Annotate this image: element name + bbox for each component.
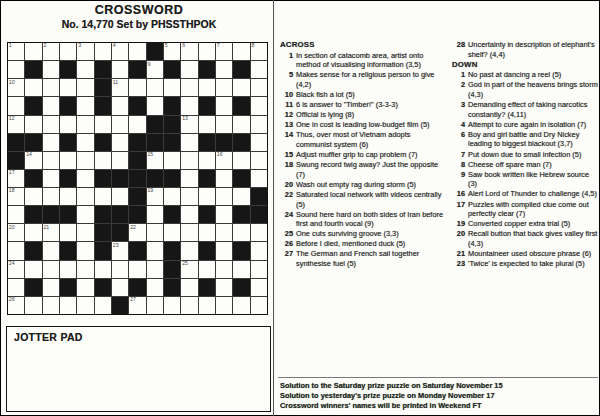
grid-cell-r3c6-black [95, 79, 111, 96]
down-header: DOWN [452, 60, 598, 70]
grid-cell-r9c2[interactable] [25, 188, 41, 205]
across-clue-11: 116 is answer to "Timber!" (3-3-3) [280, 100, 445, 110]
grid-cell-r6c7[interactable] [112, 134, 128, 151]
across-header: ACROSS [280, 40, 445, 50]
grid-cell-r15c15[interactable] [251, 297, 267, 314]
grid-cell-r9c5[interactable] [77, 188, 93, 205]
grid-cell-r12c8-black [129, 242, 145, 259]
grid-cell-r10c8-black [129, 206, 145, 223]
grid-cell-r11c8[interactable]: 22 [129, 224, 145, 241]
grid-cell-r4c2-black [25, 97, 41, 114]
grid-cell-r13c1[interactable]: 24 [8, 261, 24, 278]
grid-cell-r12c9[interactable] [147, 242, 163, 259]
grid-cell-r13c14[interactable] [233, 261, 249, 278]
grid-cell-r2c11[interactable] [181, 61, 197, 78]
grid-cell-r3c12[interactable] [199, 79, 215, 96]
grid-cell-r6c4-black [60, 134, 76, 151]
grid-cell-r11c4[interactable] [60, 224, 76, 241]
grid-cell-r7c2[interactable]: 14 [25, 152, 41, 169]
grid-cell-r8c1[interactable]: 17 [8, 170, 24, 187]
down-clue-20: 20Recall button that back gives valley f… [452, 229, 598, 248]
grid-cell-r4c12-black [199, 97, 215, 114]
clue-number-5: 5 [165, 42, 168, 48]
grid-cell-r13c2[interactable] [25, 261, 41, 278]
grid-cell-r14c13[interactable] [216, 279, 232, 296]
grid-cell-r11c13[interactable] [216, 224, 232, 241]
down-clue-text-3: Demanding effect of taking narcotics con… [468, 100, 598, 119]
grid-cell-r4c5[interactable] [77, 97, 93, 114]
grid-cell-r9c7[interactable] [112, 188, 128, 205]
grid-cell-r15c5[interactable] [77, 297, 93, 314]
clue-number-6: 6 [182, 42, 185, 48]
grid-cell-r7c4[interactable] [60, 152, 76, 169]
grid-cell-r10c5[interactable] [77, 206, 93, 223]
grid-cell-r15c1[interactable]: 26 [8, 297, 24, 314]
grid-cell-r6c11[interactable] [181, 134, 197, 151]
grid-cell-r3c11[interactable] [181, 79, 197, 96]
grid-cell-r2c13[interactable] [216, 61, 232, 78]
solution-note-line-1: Solution to the Saturday prize puzzle on… [280, 381, 598, 391]
grid-cell-r5c4[interactable] [60, 116, 76, 133]
across-clue-text-1: In section of catacomb area, artist onto… [296, 51, 445, 70]
down-clue-number-8: 8 [452, 160, 468, 170]
clue-number-14: 14 [26, 151, 32, 157]
grid-cell-r2c7[interactable] [112, 61, 128, 78]
grid-cell-r15c9[interactable] [147, 297, 163, 314]
grid-cell-r10c1[interactable] [8, 206, 24, 223]
grid-cell-r12c10-black [164, 242, 180, 259]
down-clue-16: 16Alert Lord of Thunder to challenge (4,… [452, 189, 598, 199]
grid-cell-r8c15[interactable] [251, 170, 267, 187]
across-clue-number-22: 22 [280, 190, 296, 209]
grid-cell-r4c6-black [95, 97, 111, 114]
grid-cell-r5c13[interactable] [216, 116, 232, 133]
grid-cell-r8c7-black [112, 170, 128, 187]
grid-cell-r8c13[interactable] [216, 170, 232, 187]
grid-cell-r12c11[interactable] [181, 242, 197, 259]
grid-cell-r13c15[interactable] [251, 261, 267, 278]
grid-cell-r3c14[interactable] [233, 79, 249, 96]
grid-cell-r9c4[interactable] [60, 188, 76, 205]
grid-cell-r5c12[interactable] [199, 116, 215, 133]
grid-cell-r10c6-black [95, 206, 111, 223]
across-clue-number-5: 5 [280, 70, 296, 89]
grid-cell-r8c8-black [129, 170, 145, 187]
down-clue-text-21: Mountaineer used obscure phrase (6) [468, 249, 598, 259]
grid-cell-r3c3[interactable] [43, 79, 59, 96]
grid-cell-r7c6[interactable] [95, 152, 111, 169]
grid-cell-r3c5[interactable] [77, 79, 93, 96]
down-clue-number-3: 3 [452, 100, 468, 119]
grid-cell-r1c13[interactable]: 7 [216, 43, 232, 60]
grid-cell-r15c8[interactable]: 27 [129, 297, 145, 314]
grid-cell-r7c13[interactable]: 16 [216, 152, 232, 169]
down-clue-23: 23'Twice' is expected to take plural (5) [452, 259, 598, 269]
grid-cell-r14c11[interactable] [181, 279, 197, 296]
grid-cell-r5c14[interactable] [233, 116, 249, 133]
grid-cell-r12c7[interactable]: 23 [112, 242, 128, 259]
clue-number-2: 2 [43, 42, 46, 48]
grid-cell-r12c3[interactable] [43, 242, 59, 259]
across-clue-12: 12Official is lying (8) [280, 110, 445, 120]
grid-cell-r10c7-black [112, 206, 128, 223]
across-clue-text-22: Saturated local network with videos cent… [296, 190, 445, 209]
grid-cell-r7c7[interactable] [112, 152, 128, 169]
grid-cell-r1c1[interactable]: 1 [8, 43, 24, 60]
grid-cell-r15c14[interactable] [233, 297, 249, 314]
grid-cell-r13c12[interactable] [199, 261, 215, 278]
grid-cell-r1c9-black [147, 43, 163, 60]
grid-cell-r5c10-black [164, 116, 180, 133]
grid-cell-r6c1-black [8, 134, 24, 151]
grid-cell-r2c1[interactable] [8, 61, 24, 78]
grid-cell-r4c11[interactable] [181, 97, 197, 114]
down-clue-17: 17Puzzles with compiled clue come out pe… [452, 200, 598, 219]
solution-notes: Solution to the Saturday prize puzzle on… [280, 381, 598, 410]
grid-cell-r5c5[interactable] [77, 116, 93, 133]
grid-cell-r8c5[interactable] [77, 170, 93, 187]
grid-cell-r2c15[interactable] [251, 61, 267, 78]
grid-cell-r12c15[interactable] [251, 242, 267, 259]
down-clue-4: 4Attempt to cure again in isolation (7) [452, 120, 598, 130]
grid-cell-r13c9[interactable] [147, 261, 163, 278]
grid-cell-r1c11[interactable]: 6 [181, 43, 197, 60]
grid-cell-r3c8[interactable] [129, 79, 145, 96]
grid-cell-r13c13[interactable] [216, 261, 232, 278]
grid-cell-r13c11[interactable]: 25 [181, 261, 197, 278]
grid-cell-r1c5[interactable]: 3 [77, 43, 93, 60]
across-clue-number-25: 25 [280, 229, 296, 239]
clue-number-4: 4 [113, 42, 116, 48]
grid-cell-r1c8[interactable] [129, 43, 145, 60]
across-clue-10: 10Black fish a lot (5) [280, 90, 445, 100]
grid-cell-r4c15[interactable] [251, 97, 267, 114]
across-clue-text-5: Makes sense for a religious person to gi… [296, 70, 445, 89]
down-clue-text-7: Put down due to small infection (5) [468, 150, 598, 160]
grid-cell-r12c2-black [25, 242, 41, 259]
across-clue-1: 1In section of catacomb area, artist ont… [280, 51, 445, 70]
grid-cell-r5c8[interactable] [129, 116, 145, 133]
clue-number-11: 11 [113, 79, 118, 85]
down-clue-6: 6Boy and girl battle and Dry Nickey lead… [452, 130, 598, 149]
grid-cell-r9c6[interactable] [95, 188, 111, 205]
grid-cell-r3c1[interactable]: 10 [8, 79, 24, 96]
across-clue-number-28: 28 [452, 40, 468, 59]
grid-cell-r2c9[interactable]: 9 [147, 61, 163, 78]
grid-cell-r12c12-black [199, 242, 215, 259]
grid-cell-r6c6-black [95, 134, 111, 151]
clue-number-13: 13 [182, 115, 188, 121]
grid-cell-r7c15[interactable] [251, 152, 267, 169]
grid-cell-r8c4-black [60, 170, 76, 187]
grid-cell-r5c2[interactable] [25, 116, 41, 133]
grid-cell-r1c15[interactable]: 8 [251, 43, 267, 60]
clue-number-27: 27 [130, 296, 136, 302]
across-clue-text-10: Black fish a lot (5) [296, 90, 445, 100]
grid-cell-r8c3[interactable] [43, 170, 59, 187]
grid-cell-r6c5[interactable] [77, 134, 93, 151]
clue-number-8: 8 [251, 42, 254, 48]
grid-cell-r12c5[interactable] [77, 242, 93, 259]
grid-cell-r7c9[interactable]: 15 [147, 152, 163, 169]
clue-number-16: 16 [217, 151, 223, 157]
grid-cell-r15c10[interactable] [164, 297, 180, 314]
grid-cell-r11c11[interactable] [181, 224, 197, 241]
grid-cell-r15c6[interactable] [95, 297, 111, 314]
down-clue-number-21: 21 [452, 249, 468, 259]
grid-cell-r6c15[interactable] [251, 134, 267, 151]
grid-cell-r10c13[interactable] [216, 206, 232, 223]
grid-cell-r2c14-black [233, 61, 249, 78]
grid-cell-r6c2-black [25, 134, 41, 151]
across-clue-text-13: One in cost is leading low-budget film (… [296, 120, 445, 130]
grid-cell-r9c15-black [251, 188, 267, 205]
down-clue-text-19: Converted copper extra trial (5) [468, 219, 598, 229]
grid-cell-r9c9[interactable]: 19 [147, 188, 163, 205]
grid-cell-r11c14[interactable] [233, 224, 249, 241]
grid-cell-r15c2[interactable] [25, 297, 41, 314]
grid-cell-r4c13[interactable] [216, 97, 232, 114]
grid-cell-r9c13[interactable] [216, 188, 232, 205]
clue-number-15: 15 [147, 151, 153, 157]
grid-cell-r11c10[interactable] [164, 224, 180, 241]
grid-cell-r14c3[interactable] [43, 279, 59, 296]
down-clue-number-7: 7 [452, 150, 468, 160]
jotter-pad[interactable]: JOTTER PAD [6, 326, 271, 412]
masthead: CROSSWORD No. 14,770 Set by PHSSTHPOK [0, 3, 278, 30]
grid-cell-r10c11[interactable] [181, 206, 197, 223]
grid-cell-r10c9[interactable] [147, 206, 163, 223]
clue-number-25: 25 [182, 260, 188, 266]
grid-cell-r6c3[interactable] [43, 134, 59, 151]
across-clue-text-20: Wash out empty rag during storm (5) [296, 180, 445, 190]
across-clue-5: 5Makes sense for a religious person to g… [280, 70, 445, 89]
grid-cell-r7c12[interactable] [199, 152, 215, 169]
down-clue-21: 21Mountaineer used obscure phrase (6) [452, 249, 598, 259]
grid-cell-r15c12[interactable] [199, 297, 215, 314]
grid-cell-r1c2[interactable] [25, 43, 41, 60]
grid-cell-r15c13[interactable] [216, 297, 232, 314]
grid-cell-r14c15[interactable] [251, 279, 267, 296]
down-clue-19: 19Converted copper extra trial (5) [452, 219, 598, 229]
across-clue-22: 22Saturated local network with videos ce… [280, 190, 445, 209]
grid-cell-r8c12-black [199, 170, 215, 187]
grid-cell-r3c13[interactable] [216, 79, 232, 96]
grid-cell-r6c10-black [164, 134, 180, 151]
grid-cell-r4c1[interactable] [8, 97, 24, 114]
grid-cell-r5c11[interactable]: 13 [181, 116, 197, 133]
down-clue-8: 8Cheese off spare man (7) [452, 160, 598, 170]
down-clue-text-16: Alert Lord of Thunder to challenge (4,5) [468, 189, 598, 199]
clue-number-26: 26 [9, 296, 15, 302]
down-clue-3: 3Demanding effect of taking narcotics co… [452, 100, 598, 119]
grid-cell-r8c14-black [233, 170, 249, 187]
across-clue-15: 15Adjust muffler grip to cap problem (7) [280, 150, 445, 160]
grid-cell-r11c2[interactable] [25, 224, 41, 241]
grid-cell-r5c9-black [147, 116, 163, 133]
down-clue-number-17: 17 [452, 200, 468, 219]
down-clue-9: 9Saw book written like Hebrew source (3) [452, 170, 598, 189]
grid-cell-r2c5[interactable] [77, 61, 93, 78]
clue-number-17: 17 [9, 169, 15, 175]
across-clue-13: 13One in cost is leading low-budget film… [280, 120, 445, 130]
grid-cell-r9c14[interactable] [233, 188, 249, 205]
grid-cell-r4c9[interactable] [147, 97, 163, 114]
grid-cell-r11c9[interactable] [147, 224, 163, 241]
grid-cell-r1c14[interactable] [233, 43, 249, 60]
clue-number-21: 21 [43, 224, 49, 230]
grid-cell-r10c15-black [251, 206, 267, 223]
down-clue-number-4: 4 [452, 120, 468, 130]
jotter-pad-label: JOTTER PAD [14, 331, 270, 343]
grid-cell-r8c10-black [164, 170, 180, 187]
grid-cell-r12c14-black [233, 242, 249, 259]
grid-cell-r5c3[interactable] [43, 116, 59, 133]
grid-cell-r12c13[interactable] [216, 242, 232, 259]
grid-cell-r6c12-black [199, 134, 215, 151]
across-clue-number-18: 18 [280, 160, 296, 179]
grid-cell-r10c3-black [43, 206, 59, 223]
grid-cell-r8c11[interactable] [181, 170, 197, 187]
grid-cell-r1c7[interactable]: 4 [112, 43, 128, 60]
grid-cell-r4c7[interactable] [112, 97, 128, 114]
grid-cell-r7c11[interactable] [181, 152, 197, 169]
grid-cell-r14c10-black [164, 279, 180, 296]
grid-cell-r13c5[interactable] [77, 261, 93, 278]
across-clue-text-27: The German and French sail together synt… [296, 249, 445, 268]
grid-cell-r7c5[interactable] [77, 152, 93, 169]
grid-cell-r14c1[interactable] [8, 279, 24, 296]
grid-cell-r13c6[interactable] [95, 261, 111, 278]
grid-cell-r6c8-black [129, 134, 145, 151]
column-divider-rule [273, 0, 274, 416]
grid-cell-r2c8-black [129, 61, 145, 78]
puzzle-number-and-setter: No. 14,770 Set by PHSSTHPOK [0, 18, 278, 30]
grid-cell-r3c9[interactable] [147, 79, 163, 96]
across-clue-number-26: 26 [280, 239, 296, 249]
grid-cell-r15c4[interactable] [60, 297, 76, 314]
grid-cell-r3c2[interactable] [25, 79, 41, 96]
grid-cell-r1c10[interactable]: 5 [164, 43, 180, 60]
grid-cell-r5c15[interactable] [251, 116, 267, 133]
down-clue-text-6: Boy and girl battle and Dry Nickey leadi… [468, 130, 598, 149]
grid-cell-r14c7[interactable] [112, 279, 128, 296]
grid-cell-r5c1[interactable]: 12 [8, 116, 24, 133]
grid-cell-r5c6[interactable] [95, 116, 111, 133]
grid-cell-r11c6-black [95, 224, 111, 241]
across-clue-text-25: One cuts surviving groove (3,3) [296, 229, 445, 239]
grid-cell-r10c2-black [25, 206, 41, 223]
down-clue-number-16: 16 [452, 189, 468, 199]
grid-cell-r11c5[interactable] [77, 224, 93, 241]
across-clue-number-11: 11 [280, 100, 296, 110]
grid-cell-r12c1[interactable] [8, 242, 24, 259]
crossword-grid[interactable]: 1234567891011121314151617181920212223242… [7, 42, 268, 315]
grid-cell-r7c14[interactable] [233, 152, 249, 169]
grid-cell-r4c3[interactable] [43, 97, 59, 114]
grid-cell-r13c3[interactable] [43, 261, 59, 278]
grid-cell-r13c8[interactable] [129, 261, 145, 278]
grid-cell-r1c3[interactable]: 2 [43, 43, 59, 60]
down-clue-text-2: God in part of the heavens brings storm … [468, 80, 598, 99]
grid-cell-r10c4-black [60, 206, 76, 223]
down-clue-7: 7Put down due to small infection (5) [452, 150, 598, 160]
grid-cell-r8c2-black [25, 170, 41, 187]
grid-cell-r11c1[interactable]: 20 [8, 224, 24, 241]
clue-number-3: 3 [78, 42, 81, 48]
grid-cell-r9c12[interactable] [199, 188, 215, 205]
across-clue-text-28: Uncertainty in description of elephant's… [468, 40, 598, 59]
grid-cell-r11c15[interactable] [251, 224, 267, 241]
grid-cell-r6c9-black [147, 134, 163, 151]
grid-cell-r9c3[interactable] [43, 188, 59, 205]
grid-cell-r14c2-black [25, 279, 41, 296]
grid-cell-r11c12[interactable] [199, 224, 215, 241]
grid-cell-r5c7[interactable] [112, 116, 128, 133]
grid-cell-r2c3[interactable] [43, 61, 59, 78]
grid-cell-r9c10[interactable] [164, 188, 180, 205]
clue-number-22: 22 [130, 224, 136, 230]
grid-cell-r1c12[interactable] [199, 43, 215, 60]
across-clue-number-13: 13 [280, 120, 296, 130]
down-clue-number-2: 2 [452, 80, 468, 99]
clue-number-9: 9 [147, 61, 150, 67]
grid-cell-r2c2-black [25, 61, 41, 78]
grid-cell-r14c12-black [199, 279, 215, 296]
grid-cell-r13c7[interactable] [112, 261, 128, 278]
grid-cell-r12c6-black [95, 242, 111, 259]
grid-cell-r4c4-black [60, 97, 76, 114]
across-clue-column: ACROSS 1In section of catacomb area, art… [280, 40, 445, 269]
down-clue-number-9: 9 [452, 170, 468, 189]
grid-cell-r7c3[interactable] [43, 152, 59, 169]
grid-cell-r10c10-black [164, 206, 180, 223]
grid-cell-r15c3[interactable] [43, 297, 59, 314]
across-clue-list: 1In section of catacomb area, artist ont… [280, 51, 445, 269]
across-clue-24: 24Sound here hard on both sides of Iran … [280, 210, 445, 229]
across-clue-number-20: 20 [280, 180, 296, 190]
grid-cell-r10c12-black [199, 206, 215, 223]
across-clue-text-12: Official is lying (8) [296, 110, 445, 120]
grid-cell-r13c4[interactable] [60, 261, 76, 278]
grid-cell-r2c12-black [199, 61, 215, 78]
grid-cell-r1c4[interactable] [60, 43, 76, 60]
down-clue-text-1: No past at dancing a reel (5) [468, 70, 598, 80]
grid-cell-r15c11[interactable] [181, 297, 197, 314]
grid-cell-r3c7[interactable]: 11 [112, 79, 128, 96]
across-clue-20: 20Wash out empty rag during storm (5) [280, 180, 445, 190]
down-clue-1: 1No past at dancing a reel (5) [452, 70, 598, 80]
grid-cell-r9c1[interactable]: 18 [8, 188, 24, 205]
grid-cell-r3c10[interactable] [164, 79, 180, 96]
down-clue-text-20: Recall button that back gives valley fir… [468, 229, 598, 248]
footer-rule [278, 377, 598, 378]
across-clue-number-24: 24 [280, 210, 296, 229]
clue-number-10: 10 [9, 79, 15, 85]
grid-cell-r3c15[interactable] [251, 79, 267, 96]
clue-number-1: 1 [9, 42, 12, 48]
across-clue-text-15: Adjust muffler grip to cap problem (7) [296, 150, 445, 160]
grid-cell-r14c5[interactable] [77, 279, 93, 296]
grid-cell-r1c6[interactable] [95, 43, 111, 60]
grid-cell-r11c3[interactable]: 21 [43, 224, 59, 241]
grid-cell-r9c11[interactable] [181, 188, 197, 205]
across-clue-number-14: 14 [280, 130, 296, 149]
grid-cell-r3c4[interactable] [60, 79, 76, 96]
grid-cell-r7c10[interactable] [164, 152, 180, 169]
grid-cell-r14c9[interactable] [147, 279, 163, 296]
across-clue-text-11: 6 is answer to "Timber!" (3-3-3) [296, 100, 445, 110]
